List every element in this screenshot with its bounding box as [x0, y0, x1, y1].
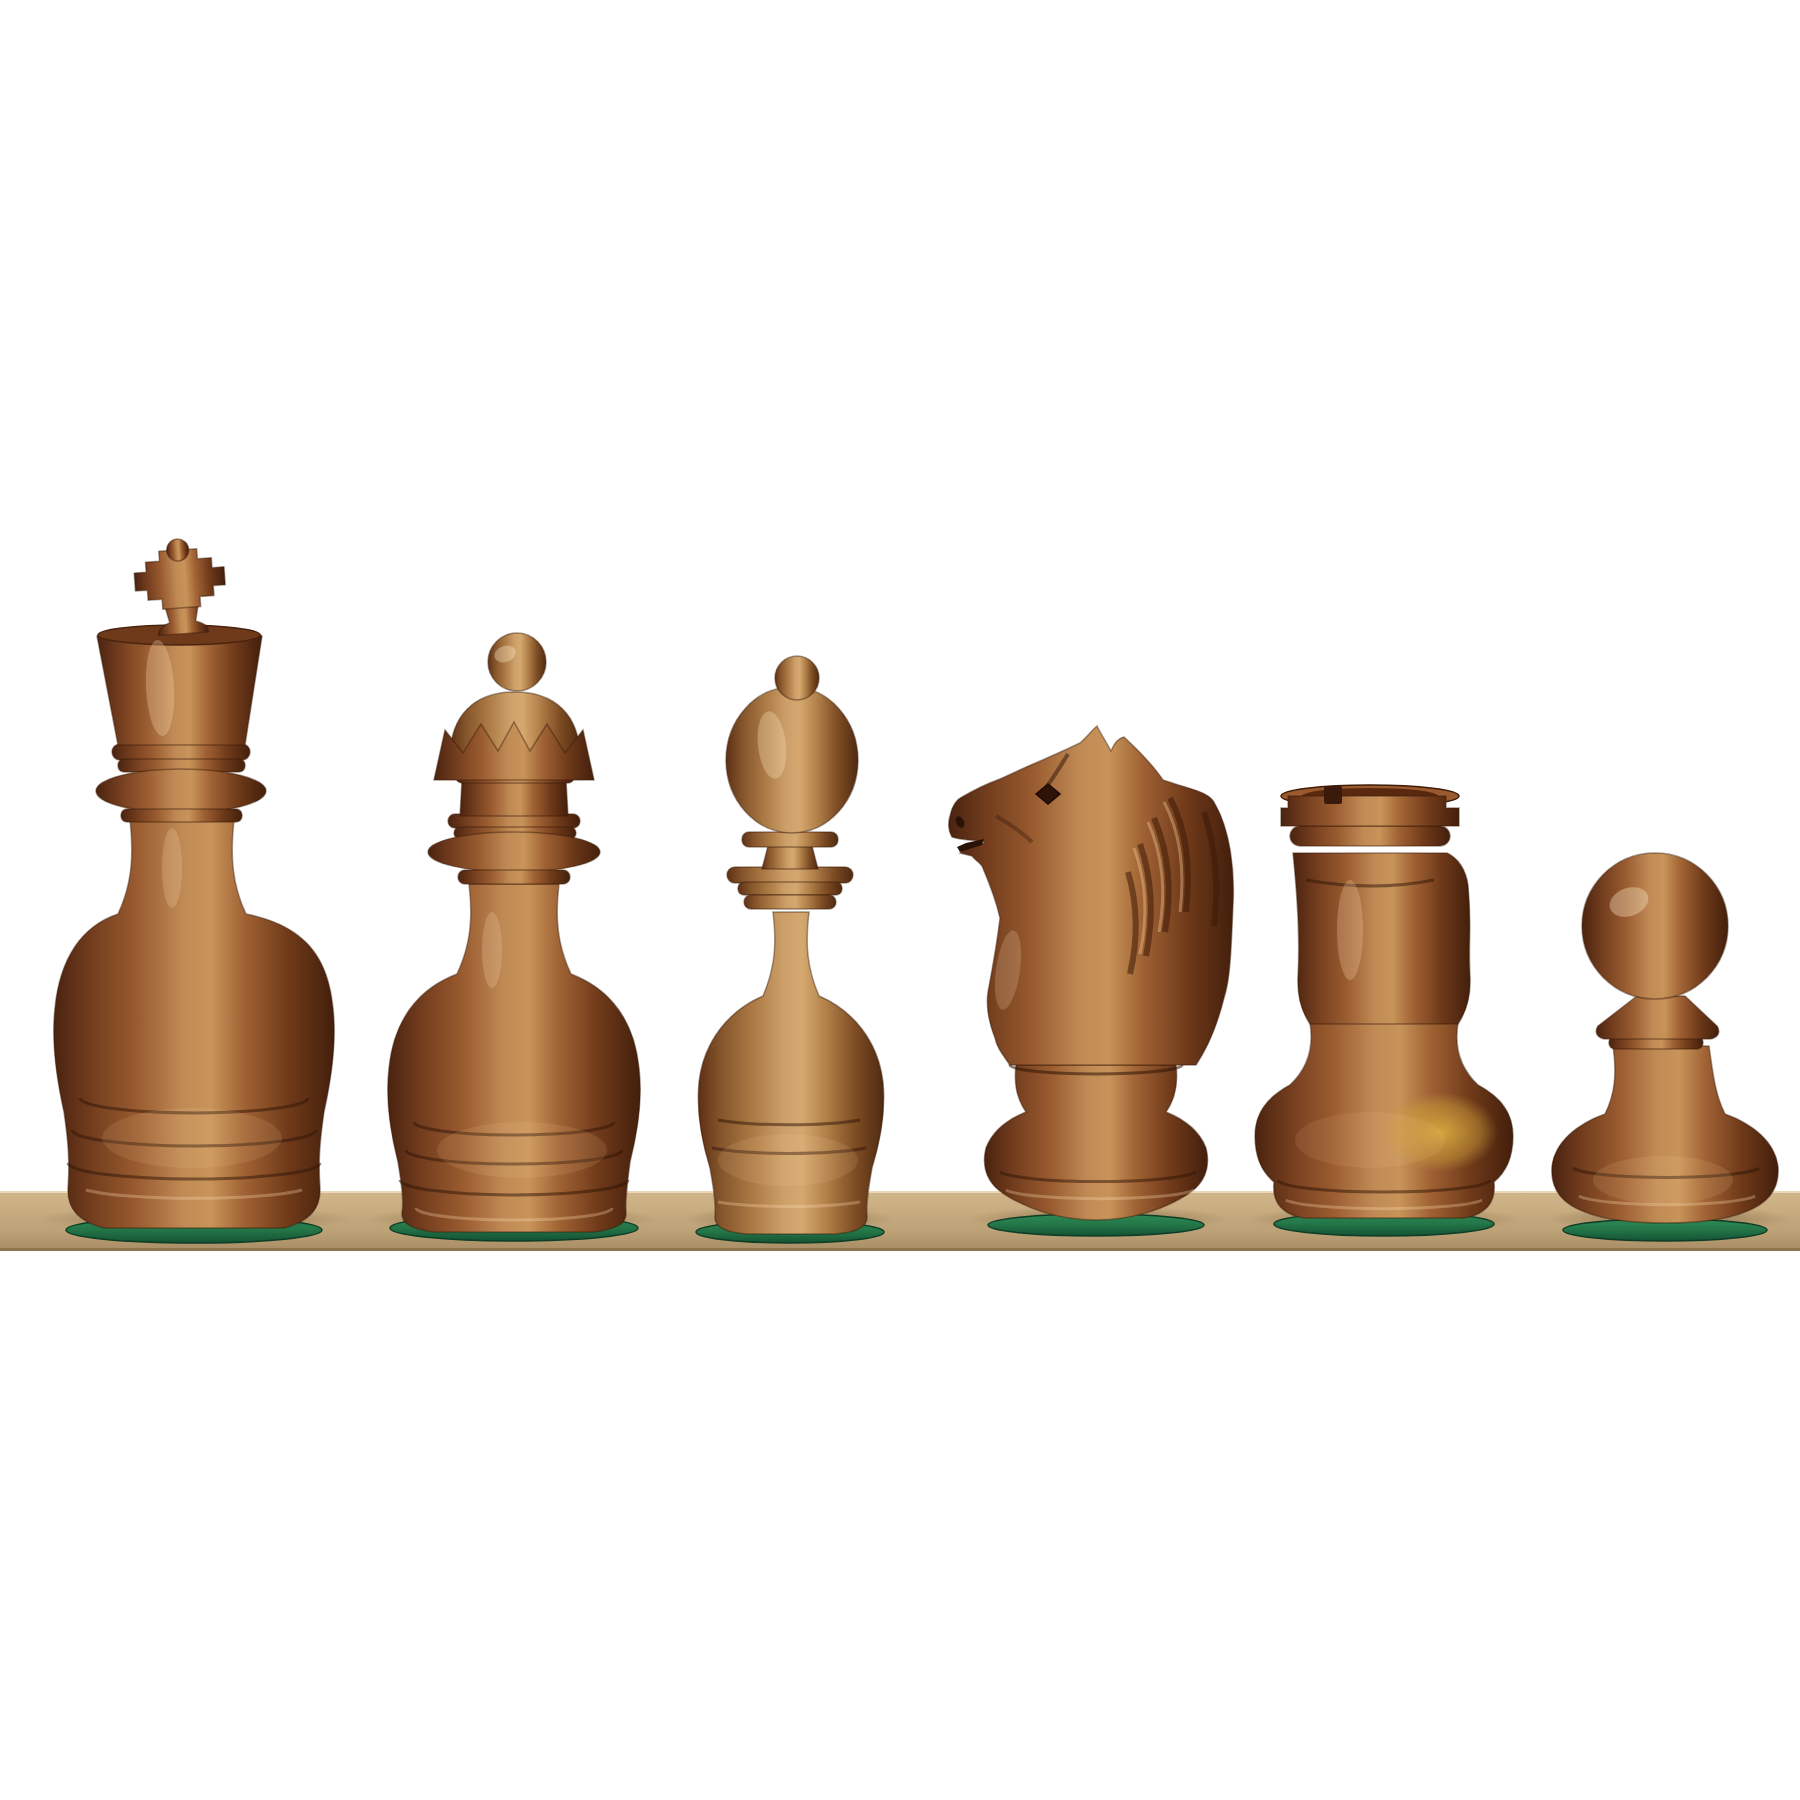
king-piece — [42, 538, 344, 1244]
queen-neck — [460, 780, 568, 816]
pawn-piece — [1543, 850, 1789, 1244]
queen-torus-bulge — [428, 832, 600, 872]
pawn-ball-head — [1582, 853, 1728, 999]
pawn-collar-cone — [1596, 996, 1719, 1039]
bishop-finial-ball — [775, 656, 819, 700]
queen-finial-ball — [488, 633, 546, 691]
bishop-egg-body — [726, 687, 858, 833]
bishop-piece — [688, 650, 890, 1246]
knight-piece — [948, 720, 1240, 1242]
rook-neck-band — [1290, 826, 1450, 846]
king-crown-cup — [97, 629, 262, 745]
rook-battlement-wall — [1281, 796, 1459, 826]
rook-body — [1293, 853, 1470, 1024]
king-under-ring — [121, 809, 242, 822]
bishop-egg-ring — [742, 832, 838, 847]
queen-base-and-stem — [388, 884, 641, 1232]
knight-horse-head — [949, 726, 1234, 1065]
bishop-collar-lip — [738, 882, 842, 895]
rook-piece — [1250, 780, 1516, 1238]
scene — [0, 0, 1800, 1800]
bishop-neck — [762, 846, 818, 869]
king-finial-ball — [166, 538, 189, 561]
rook-crenel-slot — [1324, 786, 1342, 804]
king-collar-ring-upper — [112, 744, 250, 760]
queen-under-ring — [458, 870, 570, 884]
queen-piece — [372, 630, 652, 1244]
king-torus-bulge — [96, 769, 266, 813]
knight-pedestal — [984, 1065, 1207, 1220]
king-cross-finial — [132, 538, 228, 637]
bishop-small-ring — [744, 895, 836, 909]
